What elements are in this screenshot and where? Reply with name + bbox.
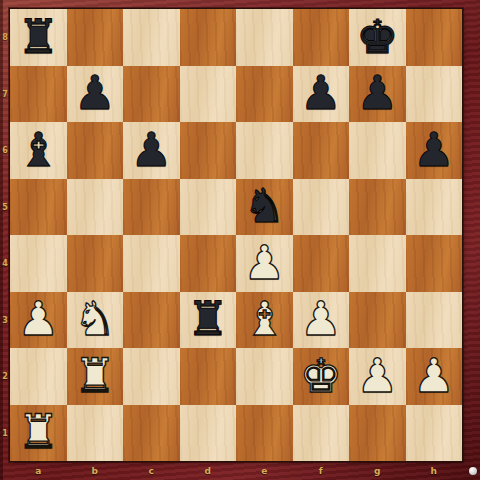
piece-black-knight-e5[interactable]: ♞	[243, 182, 285, 229]
corner-dot-icon[interactable]	[469, 467, 477, 475]
square-g8[interactable]: ♚	[349, 9, 406, 66]
board-frame: ♜♚♟♟♟♝♟♟♞♟♟♞♜♝♟♜♚♟♟♜ 87654321abcdefgh	[0, 0, 480, 480]
square-a2[interactable]	[10, 348, 67, 405]
rank-label-2: 2	[0, 372, 10, 381]
piece-white-rook-a1[interactable]: ♜	[17, 408, 59, 455]
file-label-d: d	[198, 466, 218, 476]
piece-black-pawn-b7[interactable]: ♟	[74, 69, 116, 116]
rank-label-3: 3	[0, 315, 10, 324]
square-h4[interactable]	[406, 235, 463, 292]
square-a1[interactable]: ♜	[10, 405, 67, 462]
square-a7[interactable]	[10, 66, 67, 123]
square-c1[interactable]	[123, 405, 180, 462]
square-f1[interactable]	[293, 405, 350, 462]
chess-board: ♜♚♟♟♟♝♟♟♞♟♟♞♜♝♟♜♚♟♟♜	[10, 9, 462, 461]
piece-white-pawn-e4[interactable]: ♟	[243, 239, 285, 286]
piece-black-king-g8[interactable]: ♚	[356, 13, 398, 60]
piece-black-pawn-c6[interactable]: ♟	[130, 126, 172, 173]
square-b3[interactable]: ♞	[67, 292, 124, 349]
square-g4[interactable]	[349, 235, 406, 292]
square-b1[interactable]	[67, 405, 124, 462]
square-b2[interactable]: ♜	[67, 348, 124, 405]
square-c8[interactable]	[123, 9, 180, 66]
piece-black-pawn-f7[interactable]: ♟	[300, 69, 342, 116]
rank-label-5: 5	[0, 202, 10, 211]
square-e1[interactable]	[236, 405, 293, 462]
file-label-g: g	[367, 466, 387, 476]
file-label-c: c	[141, 466, 161, 476]
square-d5[interactable]	[180, 179, 237, 236]
piece-white-pawn-a3[interactable]: ♟	[17, 295, 59, 342]
piece-black-pawn-g7[interactable]: ♟	[356, 69, 398, 116]
square-e4[interactable]: ♟	[236, 235, 293, 292]
piece-white-pawn-f3[interactable]: ♟	[300, 295, 342, 342]
square-a4[interactable]	[10, 235, 67, 292]
square-c6[interactable]: ♟	[123, 122, 180, 179]
square-c5[interactable]	[123, 179, 180, 236]
square-d4[interactable]	[180, 235, 237, 292]
rank-label-7: 7	[0, 89, 10, 98]
square-h1[interactable]	[406, 405, 463, 462]
square-h3[interactable]	[406, 292, 463, 349]
piece-black-rook-d3[interactable]: ♜	[187, 295, 229, 342]
square-e3[interactable]: ♝	[236, 292, 293, 349]
square-h8[interactable]	[406, 9, 463, 66]
rank-label-8: 8	[0, 33, 10, 42]
square-b6[interactable]	[67, 122, 124, 179]
square-d7[interactable]	[180, 66, 237, 123]
file-label-h: h	[424, 466, 444, 476]
rank-label-1: 1	[0, 428, 10, 437]
square-f3[interactable]: ♟	[293, 292, 350, 349]
square-e6[interactable]	[236, 122, 293, 179]
piece-white-knight-b3[interactable]: ♞	[74, 295, 116, 342]
square-d2[interactable]	[180, 348, 237, 405]
square-f4[interactable]	[293, 235, 350, 292]
square-a3[interactable]: ♟	[10, 292, 67, 349]
square-g1[interactable]	[349, 405, 406, 462]
rank-label-6: 6	[0, 146, 10, 155]
square-f7[interactable]: ♟	[293, 66, 350, 123]
square-d6[interactable]	[180, 122, 237, 179]
square-b7[interactable]: ♟	[67, 66, 124, 123]
piece-black-pawn-h6[interactable]: ♟	[413, 126, 455, 173]
rank-label-4: 4	[0, 259, 10, 268]
piece-white-bishop-e3[interactable]: ♝	[243, 295, 285, 342]
square-f5[interactable]	[293, 179, 350, 236]
square-g2[interactable]: ♟	[349, 348, 406, 405]
square-g5[interactable]	[349, 179, 406, 236]
file-label-e: e	[254, 466, 274, 476]
square-f2[interactable]: ♚	[293, 348, 350, 405]
square-c3[interactable]	[123, 292, 180, 349]
square-d3[interactable]: ♜	[180, 292, 237, 349]
square-e2[interactable]	[236, 348, 293, 405]
square-h6[interactable]: ♟	[406, 122, 463, 179]
square-g6[interactable]	[349, 122, 406, 179]
file-label-a: a	[28, 466, 48, 476]
square-a8[interactable]: ♜	[10, 9, 67, 66]
square-f8[interactable]	[293, 9, 350, 66]
square-c4[interactable]	[123, 235, 180, 292]
square-d1[interactable]	[180, 405, 237, 462]
square-g3[interactable]	[349, 292, 406, 349]
square-f6[interactable]	[293, 122, 350, 179]
square-b8[interactable]	[67, 9, 124, 66]
square-h2[interactable]: ♟	[406, 348, 463, 405]
square-d8[interactable]	[180, 9, 237, 66]
file-label-b: b	[85, 466, 105, 476]
square-b5[interactable]	[67, 179, 124, 236]
file-label-f: f	[311, 466, 331, 476]
square-a5[interactable]	[10, 179, 67, 236]
square-g7[interactable]: ♟	[349, 66, 406, 123]
square-b4[interactable]	[67, 235, 124, 292]
piece-white-king-f2[interactable]: ♚	[300, 352, 342, 399]
piece-black-bishop-a6[interactable]: ♝	[17, 126, 59, 173]
square-e7[interactable]	[236, 66, 293, 123]
square-c7[interactable]	[123, 66, 180, 123]
square-e5[interactable]: ♞	[236, 179, 293, 236]
square-c2[interactable]	[123, 348, 180, 405]
piece-white-rook-b2[interactable]: ♜	[74, 352, 116, 399]
piece-black-rook-a8[interactable]: ♜	[17, 13, 59, 60]
square-h7[interactable]	[406, 66, 463, 123]
piece-white-pawn-h2[interactable]: ♟	[413, 352, 455, 399]
piece-white-pawn-g2[interactable]: ♟	[356, 352, 398, 399]
square-e8[interactable]	[236, 9, 293, 66]
square-a6[interactable]: ♝	[10, 122, 67, 179]
square-h5[interactable]	[406, 179, 463, 236]
